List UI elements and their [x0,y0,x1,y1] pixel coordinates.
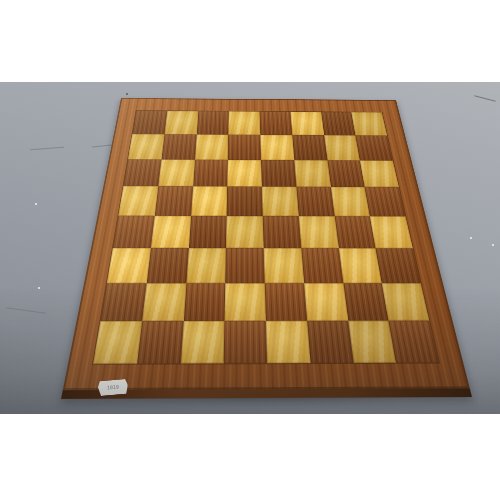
square-h2 [382,283,429,321]
square-f3 [301,248,343,283]
square-h7 [356,135,393,160]
square-f8 [290,112,324,135]
dust-speck [38,287,40,289]
square-h3 [376,248,421,283]
square-a7 [128,134,164,159]
square-g7 [324,135,360,160]
square-c2 [183,283,225,321]
square-e8 [260,112,293,135]
listing-photo-canvas: 1019 [0,0,500,500]
square-d8 [228,111,260,134]
square-a4 [113,216,155,248]
chessboard [61,98,472,399]
square-e1 [266,321,310,363]
square-e2 [265,283,307,321]
square-d7 [228,135,261,160]
square-d2 [225,283,266,321]
playing-field [93,111,439,364]
square-a3 [107,248,151,283]
square-h5 [365,187,406,216]
square-g6 [327,160,365,187]
square-e5 [262,187,299,216]
square-g3 [338,248,381,283]
square-d4 [226,216,264,248]
scratch-mark [30,147,64,150]
square-b2 [142,283,186,321]
square-d5 [227,187,263,216]
square-a2 [100,283,146,322]
square-h6 [360,160,399,187]
square-f5 [296,187,334,216]
square-c6 [193,159,228,186]
lot-sticker-text: 1019 [107,384,119,390]
square-a6 [123,159,161,186]
square-e3 [264,248,304,283]
square-g5 [331,187,370,216]
square-b6 [158,159,195,186]
dust-speck [470,237,472,239]
dust-speck [35,203,37,205]
square-c5 [191,186,228,215]
lot-sticker: 1019 [97,379,128,397]
square-c1 [180,321,224,363]
square-h1 [389,321,439,363]
square-f1 [307,321,353,363]
square-f6 [294,160,330,187]
square-c4 [189,216,227,248]
photo-backdrop: 1019 [0,82,500,414]
square-a5 [118,186,158,216]
dust-speck [126,93,128,95]
square-h8 [351,112,387,135]
square-g4 [334,216,375,248]
square-b5 [155,186,193,216]
square-g2 [343,283,389,321]
scratch-mark [6,307,46,314]
square-b7 [161,134,196,159]
square-c3 [186,248,226,283]
square-f4 [299,216,339,248]
square-f2 [304,283,348,321]
square-e4 [263,216,301,248]
scratch-mark [474,95,496,101]
square-b3 [147,248,189,283]
square-d1 [224,321,267,363]
square-e6 [261,160,296,187]
square-b1 [137,321,184,363]
square-a1 [93,321,142,364]
dust-speck [492,244,494,246]
square-c8 [196,111,228,134]
square-g8 [321,112,356,135]
square-a8 [132,111,167,134]
square-e7 [260,135,294,160]
square-b4 [151,216,191,248]
square-b8 [164,111,198,134]
square-c7 [195,134,229,159]
square-f7 [292,135,327,160]
square-d6 [227,160,261,187]
square-h4 [370,216,413,248]
board-surface [63,98,470,390]
square-d3 [225,248,264,283]
